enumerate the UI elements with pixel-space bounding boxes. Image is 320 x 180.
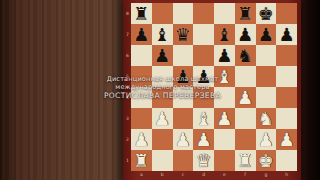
square-h4[interactable] [276,87,297,108]
black-bishop: ♝ [216,24,232,44]
white-bishop: ♝ [216,66,232,86]
square-a7[interactable]: ♟ [131,24,152,45]
square-e8[interactable] [214,3,235,24]
square-c2[interactable]: ♟ [173,129,194,150]
black-king: ♚ [258,3,274,23]
square-h8[interactable] [276,3,297,24]
square-f1[interactable]: ♜ [235,150,256,171]
square-f8[interactable]: ♜ [235,3,256,24]
wood-background [0,0,128,180]
square-e5[interactable]: ♝ [214,66,235,87]
square-e7[interactable]: ♝ [214,24,235,45]
rank-label-1: 1 [124,150,131,171]
square-b4[interactable] [152,87,173,108]
square-g7[interactable]: ♟ [256,24,277,45]
black-bishop: ♝ [154,24,170,44]
square-d4[interactable] [193,87,214,108]
square-h6[interactable] [276,45,297,66]
rank-label-2: 2 [124,129,131,150]
square-a4[interactable] [131,87,152,108]
white-pawn: ♟ [196,129,212,149]
square-b6[interactable]: ♟ [152,45,173,66]
square-d2[interactable]: ♟ [193,129,214,150]
black-pawn: ♟ [154,45,170,65]
square-a8[interactable]: ♜ [131,3,152,24]
square-c6[interactable] [173,45,194,66]
square-f3[interactable] [235,108,256,129]
black-rook: ♜ [237,3,253,23]
square-h1[interactable] [276,150,297,171]
square-d1[interactable]: ♛ [193,150,214,171]
square-b1[interactable] [152,150,173,171]
black-knight: ♞ [237,45,253,65]
square-g5[interactable] [256,66,277,87]
square-g3[interactable]: ♞ [256,108,277,129]
board-squares: ♜♜♚♟♝♛♝♟♟♟♟♟♞♟♟♝♟♟♝♟♞♟♟♟♟♟♜♛♜♚ [131,3,297,171]
square-h3[interactable] [276,108,297,129]
white-pawn: ♟ [237,87,253,107]
white-pawn: ♟ [216,108,232,128]
square-e6[interactable]: ♟ [214,45,235,66]
black-pawn: ♟ [196,66,212,86]
square-b2[interactable] [152,129,173,150]
file-label-f: f [235,170,256,179]
white-pawn: ♟ [133,129,149,149]
rank-label-3: 3 [124,108,131,129]
chess-board: 87654321 ♜♜♚♟♝♛♝♟♟♟♟♟♞♟♟♝♟♟♝♟♞♟♟♟♟♟♜♛♜♚ … [123,0,301,180]
white-rook: ♜ [237,150,253,170]
rank-label-5: 5 [124,66,131,87]
square-d3[interactable]: ♝ [193,108,214,129]
square-a3[interactable] [131,108,152,129]
square-g1[interactable]: ♚ [256,150,277,171]
square-b8[interactable] [152,3,173,24]
file-label-e: e [214,170,235,179]
square-f7[interactable]: ♟ [235,24,256,45]
square-c4[interactable] [173,87,194,108]
white-pawn: ♟ [279,129,295,149]
white-pawn: ♟ [258,129,274,149]
rank-label-4: 4 [124,87,131,108]
square-h5[interactable] [276,66,297,87]
rank-label-6: 6 [124,45,131,66]
square-d7[interactable] [193,24,214,45]
rank-label-8: 8 [124,3,131,24]
square-d6[interactable] [193,45,214,66]
white-bishop: ♝ [196,108,212,128]
square-c7[interactable]: ♛ [173,24,194,45]
file-label-h: h [276,170,297,179]
square-c8[interactable] [173,3,194,24]
square-a2[interactable]: ♟ [131,129,152,150]
white-pawn: ♟ [154,108,170,128]
square-c5[interactable]: ♟ [173,66,194,87]
square-e4[interactable] [214,87,235,108]
square-a1[interactable]: ♜ [131,150,152,171]
square-g8[interactable]: ♚ [256,3,277,24]
square-a5[interactable] [131,66,152,87]
black-queen: ♛ [175,24,191,44]
rank-label-7: 7 [124,24,131,45]
square-g6[interactable] [256,45,277,66]
black-pawn: ♟ [175,66,191,86]
square-f2[interactable] [235,129,256,150]
square-e2[interactable] [214,129,235,150]
white-king: ♚ [258,150,274,170]
square-f4[interactable]: ♟ [235,87,256,108]
square-d8[interactable] [193,3,214,24]
black-pawn: ♟ [237,24,253,44]
square-c3[interactable] [173,108,194,129]
black-pawn: ♟ [279,24,295,44]
square-c1[interactable] [173,150,194,171]
black-rook: ♜ [133,3,149,23]
board-shadow [110,0,124,180]
square-d5[interactable]: ♟ [193,66,214,87]
white-pawn: ♟ [175,129,191,149]
square-g4[interactable] [256,87,277,108]
file-label-a: a [131,170,152,179]
right-dark-fade [300,0,320,180]
square-e1[interactable] [214,150,235,171]
white-knight: ♞ [258,108,274,128]
square-g2[interactable]: ♟ [256,129,277,150]
square-e3[interactable]: ♟ [214,108,235,129]
white-queen: ♛ [196,150,212,170]
square-h7[interactable]: ♟ [276,24,297,45]
video-frame: 87654321 ♜♜♚♟♝♛♝♟♟♟♟♟♞♟♟♝♟♟♝♟♞♟♟♟♟♟♜♛♜♚ … [0,0,320,180]
file-label-b: b [152,170,173,179]
square-a6[interactable] [131,45,152,66]
file-label-d: d [193,170,214,179]
square-f6[interactable]: ♞ [235,45,256,66]
square-b3[interactable]: ♟ [152,108,173,129]
square-b7[interactable]: ♝ [152,24,173,45]
file-label-g: g [256,170,277,179]
square-f5[interactable] [235,66,256,87]
black-pawn: ♟ [133,24,149,44]
rank-labels: 87654321 [124,3,131,171]
file-labels: abcdefgh [131,170,297,179]
white-rook: ♜ [133,150,149,170]
black-pawn: ♟ [258,24,274,44]
square-h2[interactable]: ♟ [276,129,297,150]
square-b5[interactable] [152,66,173,87]
file-label-c: c [173,170,194,179]
black-pawn: ♟ [216,45,232,65]
